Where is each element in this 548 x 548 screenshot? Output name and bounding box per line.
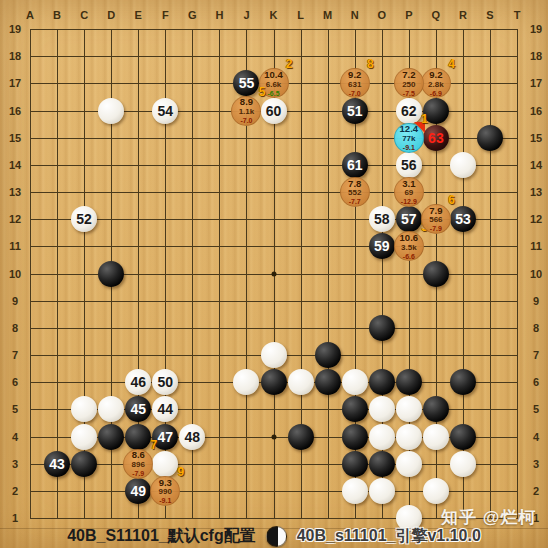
stone-P4[interactable] (396, 424, 422, 450)
stone-O6[interactable] (369, 369, 395, 395)
candidate-move-P11[interactable]: 10.63.5k-6.63 (394, 231, 424, 261)
stone-C3[interactable] (71, 451, 97, 477)
candidate-visits: 631 (348, 81, 361, 89)
stone-F16[interactable]: 54 (152, 98, 178, 124)
star-point (271, 271, 276, 276)
stone-P14[interactable]: 56 (396, 152, 422, 178)
stone-Q10[interactable] (423, 261, 449, 287)
candidate-score: -7.9 (132, 470, 144, 477)
stone-R12[interactable]: 53 (450, 206, 476, 232)
row-label-right: 16 (530, 105, 542, 117)
row-label-right: 2 (533, 485, 539, 497)
config-label: 40B_S11101_默认cfg配置 (67, 526, 256, 547)
stone-C5[interactable] (71, 396, 97, 422)
stone-Q5[interactable] (423, 396, 449, 422)
row-label-right: 17 (530, 77, 542, 89)
stone-L6[interactable] (288, 369, 314, 395)
row-label-left: 19 (9, 23, 21, 35)
candidate-score: -12.9 (401, 198, 417, 205)
row-label-right: 8 (533, 322, 539, 334)
candidate-visits: 1.1k (239, 108, 255, 116)
stone-M7[interactable] (315, 342, 341, 368)
candidate-visits: 2.8k (428, 81, 444, 89)
row-label-right: 11 (530, 240, 542, 252)
grid-line (30, 301, 518, 302)
row-label-right: 15 (530, 132, 542, 144)
candidate-score: -6.5 (268, 90, 280, 97)
column-label: T (514, 9, 521, 21)
candidate-score: -6.6 (403, 253, 415, 260)
stone-Q4[interactable] (423, 424, 449, 450)
row-label-left: 11 (9, 240, 21, 252)
candidate-move-Q12[interactable]: 7.9566-7.96 (421, 204, 451, 234)
row-label-left: 18 (9, 50, 21, 62)
stone-D10[interactable] (98, 261, 124, 287)
candidate-move-P17[interactable]: 7.2250-7.5 (394, 68, 424, 98)
stone-O2[interactable] (369, 478, 395, 504)
candidate-winrate: 3.1 (402, 179, 415, 189)
stone-D16[interactable] (98, 98, 124, 124)
stone-O5[interactable] (369, 396, 395, 422)
column-label: F (162, 9, 169, 21)
candidate-score: -7.9 (430, 225, 442, 232)
stone-K6[interactable] (261, 369, 287, 395)
row-label-left: 13 (9, 186, 21, 198)
candidate-winrate: 9.2 (429, 70, 442, 80)
stone-O12[interactable]: 58 (369, 206, 395, 232)
candidate-rank-label: 5 (259, 86, 266, 98)
candidate-winrate: 9.3 (159, 478, 172, 488)
stone-B3[interactable]: 43 (44, 451, 70, 477)
row-label-right: 4 (533, 431, 539, 443)
row-label-left: 7 (12, 349, 18, 361)
row-label-right: 14 (530, 159, 542, 171)
column-label: K (270, 9, 278, 21)
stone-D4[interactable] (98, 424, 124, 450)
candidate-rank-label: 7 (151, 439, 158, 451)
row-label-right: 6 (533, 376, 539, 388)
stone-O11[interactable]: 59 (369, 233, 395, 259)
row-label-left: 10 (9, 268, 21, 280)
stone-D5[interactable] (98, 396, 124, 422)
candidate-winrate: 10.6 (400, 233, 419, 243)
row-label-left: 16 (9, 105, 21, 117)
stone-J17[interactable]: 55 (233, 70, 259, 96)
candidate-score: -9.1 (403, 144, 415, 151)
stone-P12[interactable]: 57 (396, 206, 422, 232)
row-label-left: 5 (12, 403, 18, 415)
row-label-left: 3 (12, 458, 18, 470)
stone-L4[interactable] (288, 424, 314, 450)
column-label: L (297, 9, 304, 21)
column-label: E (135, 9, 142, 21)
candidate-move-P13[interactable]: 3.169-12.9 (394, 177, 424, 207)
grid-line (30, 464, 518, 465)
stone-R3[interactable] (450, 451, 476, 477)
candidate-score: -9.1 (159, 497, 171, 504)
row-label-right: 3 (533, 458, 539, 470)
row-label-left: 6 (12, 376, 18, 388)
star-point (271, 434, 276, 439)
row-label-left: 1 (12, 512, 18, 524)
candidate-move-E3[interactable]: 8.6896-7.97 (123, 449, 153, 479)
stone-R4[interactable] (450, 424, 476, 450)
stone-O8[interactable] (369, 315, 395, 341)
stone-K16[interactable]: 60 (261, 98, 287, 124)
candidate-winrate: 7.8 (348, 179, 361, 189)
candidate-score: -7.5 (403, 90, 415, 97)
candidate-score: -6.9 (430, 90, 442, 97)
candidate-visits: 552 (348, 189, 361, 197)
stone-O3[interactable] (369, 451, 395, 477)
row-label-right: 7 (533, 349, 539, 361)
stone-P6[interactable] (396, 369, 422, 395)
stone-N16[interactable]: 51 (342, 98, 368, 124)
stone-R14[interactable] (450, 152, 476, 178)
candidate-visits: 896 (132, 461, 145, 469)
column-label: M (323, 9, 332, 21)
grid-line (328, 29, 329, 519)
engine-label: 40B_s11101_引擎v1.10.0 (297, 526, 481, 547)
stone-G4[interactable]: 48 (179, 424, 205, 450)
stone-F3[interactable] (152, 451, 178, 477)
stone-P16[interactable]: 62 (396, 98, 422, 124)
black-white-stone-icon (266, 526, 287, 547)
column-label: H (215, 9, 223, 21)
candidate-rank-label: 8 (367, 58, 374, 70)
grid-line (30, 328, 518, 329)
candidate-visits: 566 (429, 216, 442, 224)
column-label: N (351, 9, 359, 21)
column-label: Q (432, 9, 441, 21)
candidate-score: -7.0 (349, 90, 361, 97)
candidate-visits: 250 (402, 81, 415, 89)
row-label-right: 19 (530, 23, 542, 35)
candidate-winrate: 7.2 (402, 70, 415, 80)
row-label-right: 9 (533, 295, 539, 307)
grid-line (490, 29, 491, 519)
row-label-left: 17 (9, 77, 21, 89)
stone-C4[interactable] (71, 424, 97, 450)
candidate-move-J16[interactable]: 8.91.1k-7.05 (231, 96, 261, 126)
stone-N4[interactable] (342, 424, 368, 450)
column-label: B (53, 9, 61, 21)
candidate-move-P15[interactable]: 12.477k-9.11 (394, 123, 424, 153)
stone-F6[interactable]: 50 (152, 369, 178, 395)
candidate-visits: 6.6k (266, 81, 282, 89)
stone-N6[interactable] (342, 369, 368, 395)
stone-M6[interactable] (315, 369, 341, 395)
go-analysis-screenshot: ABCDEFGHJKLMNOPQRST191918181717161615151… (0, 0, 548, 548)
candidate-rank-label: 1 (421, 113, 428, 125)
row-label-left: 8 (12, 322, 18, 334)
column-label: C (80, 9, 88, 21)
row-label-right: 12 (530, 213, 542, 225)
row-label-left: 12 (9, 213, 21, 225)
candidate-rank-label: 4 (448, 58, 455, 70)
row-label-left: 4 (12, 431, 18, 443)
stone-J6[interactable] (233, 369, 259, 395)
candidate-visits: 69 (404, 189, 413, 197)
candidate-move-F2[interactable]: 9.3990-9.19 (150, 476, 180, 506)
column-label: J (243, 9, 249, 21)
stone-R6[interactable] (450, 369, 476, 395)
stone-N5[interactable] (342, 396, 368, 422)
stone-E5[interactable]: 45 (125, 396, 151, 422)
column-label: O (377, 9, 386, 21)
stone-C12[interactable]: 52 (71, 206, 97, 232)
candidate-move-N13[interactable]: 7.8552-7.7 (340, 177, 370, 207)
stone-K7[interactable] (261, 342, 287, 368)
stone-S15[interactable] (477, 125, 503, 151)
candidate-move-N17[interactable]: 9.2631-7.08 (340, 68, 370, 98)
candidate-winrate: 8.9 (240, 97, 253, 107)
stone-Q2[interactable] (423, 478, 449, 504)
column-label: S (486, 9, 493, 21)
column-label: P (405, 9, 412, 21)
candidate-winrate: 7.9 (429, 206, 442, 216)
row-label-right: 13 (530, 186, 542, 198)
candidate-rank-label: 9 (178, 466, 185, 478)
column-label: A (26, 9, 34, 21)
stone-E4[interactable] (125, 424, 151, 450)
candidate-rank-label: 6 (448, 194, 455, 206)
stone-N3[interactable] (342, 451, 368, 477)
candidate-rank-label: 2 (286, 58, 293, 70)
stone-N2[interactable] (342, 478, 368, 504)
column-label: D (107, 9, 115, 21)
candidate-visits: 3.5k (401, 244, 417, 252)
row-label-right: 5 (533, 403, 539, 415)
stone-E6[interactable]: 46 (125, 369, 151, 395)
candidate-score: -7.7 (349, 198, 361, 205)
stone-O4[interactable] (369, 424, 395, 450)
stone-P3[interactable] (396, 451, 422, 477)
row-label-left: 15 (9, 132, 21, 144)
stone-P5[interactable] (396, 396, 422, 422)
stone-Q15[interactable]: 63 (423, 125, 449, 151)
stone-F5[interactable]: 44 (152, 396, 178, 422)
candidate-visits: 77k (402, 135, 415, 143)
column-label: G (188, 9, 197, 21)
watermark: 知乎 @烂柯 (441, 506, 536, 529)
stone-E2[interactable]: 49 (125, 478, 151, 504)
row-label-left: 2 (12, 485, 18, 497)
row-label-left: 9 (12, 295, 18, 307)
candidate-move-Q17[interactable]: 9.22.8k-6.94 (421, 68, 451, 98)
candidate-winrate: 9.2 (348, 70, 361, 80)
candidate-score: -7.0 (240, 117, 252, 124)
grid-line (517, 29, 518, 519)
candidate-winrate: 10.4 (264, 70, 283, 80)
stone-N14[interactable]: 61 (342, 152, 368, 178)
row-label-right: 10 (530, 268, 542, 280)
row-label-left: 14 (9, 159, 21, 171)
candidate-visits: 990 (159, 488, 172, 496)
row-label-right: 18 (530, 50, 542, 62)
column-label: R (459, 9, 467, 21)
candidate-winrate: 8.6 (132, 450, 145, 460)
